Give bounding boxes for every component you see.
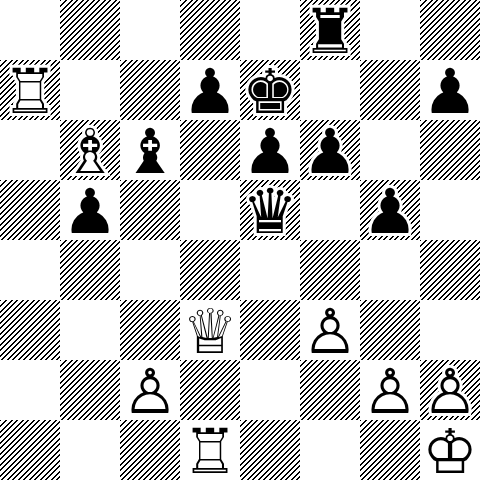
square-c4[interactable] bbox=[120, 240, 180, 300]
piece-white-king-h1[interactable]: ♔ bbox=[420, 422, 480, 480]
square-g1[interactable] bbox=[360, 420, 420, 480]
square-e8[interactable] bbox=[240, 0, 300, 60]
square-e4[interactable] bbox=[240, 240, 300, 300]
square-d8[interactable] bbox=[180, 0, 240, 60]
square-d2[interactable] bbox=[180, 360, 240, 420]
square-b3[interactable] bbox=[60, 300, 120, 360]
piece-black-pawn-g5[interactable]: ♟ bbox=[360, 182, 420, 240]
square-a2[interactable] bbox=[0, 360, 60, 420]
square-f2[interactable] bbox=[300, 360, 360, 420]
piece-white-rook-a7[interactable]: ♖ bbox=[0, 62, 60, 120]
square-g2[interactable]: ♟♙ bbox=[360, 360, 420, 420]
square-e5[interactable]: ♛♛ bbox=[240, 180, 300, 240]
square-d3[interactable]: ♛♕ bbox=[180, 300, 240, 360]
square-a8[interactable] bbox=[0, 0, 60, 60]
square-g7[interactable] bbox=[360, 60, 420, 120]
piece-black-pawn-b5[interactable]: ♟ bbox=[60, 182, 120, 240]
square-g8[interactable] bbox=[360, 0, 420, 60]
square-e6[interactable]: ♟♟ bbox=[240, 120, 300, 180]
piece-white-bishop-b6[interactable]: ♗ bbox=[60, 122, 120, 180]
square-b4[interactable] bbox=[60, 240, 120, 300]
square-h6[interactable] bbox=[420, 120, 480, 180]
square-e3[interactable] bbox=[240, 300, 300, 360]
piece-white-pawn-f3[interactable]: ♙ bbox=[300, 302, 360, 360]
square-e1[interactable] bbox=[240, 420, 300, 480]
square-f5[interactable] bbox=[300, 180, 360, 240]
square-a7[interactable]: ♜♖ bbox=[0, 60, 60, 120]
piece-white-rook-d1[interactable]: ♖ bbox=[180, 422, 240, 480]
square-a1[interactable] bbox=[0, 420, 60, 480]
square-h8[interactable] bbox=[420, 0, 480, 60]
square-c8[interactable] bbox=[120, 0, 180, 60]
square-f3[interactable]: ♟♙ bbox=[300, 300, 360, 360]
square-f1[interactable] bbox=[300, 420, 360, 480]
square-h3[interactable] bbox=[420, 300, 480, 360]
square-d7[interactable]: ♟♟ bbox=[180, 60, 240, 120]
square-b7[interactable] bbox=[60, 60, 120, 120]
square-e2[interactable] bbox=[240, 360, 300, 420]
square-c5[interactable] bbox=[120, 180, 180, 240]
square-e7[interactable]: ♚♚ bbox=[240, 60, 300, 120]
piece-white-pawn-g2[interactable]: ♙ bbox=[360, 362, 420, 420]
square-c2[interactable]: ♟♙ bbox=[120, 360, 180, 420]
piece-black-bishop-c6[interactable]: ♝ bbox=[120, 122, 180, 180]
piece-black-pawn-e6[interactable]: ♟ bbox=[240, 122, 300, 180]
square-h1[interactable]: ♚♔ bbox=[420, 420, 480, 480]
square-h2[interactable]: ♟♙ bbox=[420, 360, 480, 420]
square-b5[interactable]: ♟♟ bbox=[60, 180, 120, 240]
square-c7[interactable] bbox=[120, 60, 180, 120]
piece-black-pawn-f6[interactable]: ♟ bbox=[300, 122, 360, 180]
square-b1[interactable] bbox=[60, 420, 120, 480]
square-f7[interactable] bbox=[300, 60, 360, 120]
square-h7[interactable]: ♟♟ bbox=[420, 60, 480, 120]
square-a6[interactable] bbox=[0, 120, 60, 180]
square-a3[interactable] bbox=[0, 300, 60, 360]
square-g3[interactable] bbox=[360, 300, 420, 360]
square-d5[interactable] bbox=[180, 180, 240, 240]
square-h4[interactable] bbox=[420, 240, 480, 300]
square-d6[interactable] bbox=[180, 120, 240, 180]
square-d4[interactable] bbox=[180, 240, 240, 300]
piece-white-queen-d3[interactable]: ♕ bbox=[180, 302, 240, 360]
square-g6[interactable] bbox=[360, 120, 420, 180]
square-h5[interactable] bbox=[420, 180, 480, 240]
piece-white-pawn-c2[interactable]: ♙ bbox=[120, 362, 180, 420]
square-f8[interactable]: ♜♜ bbox=[300, 0, 360, 60]
square-g5[interactable]: ♟♟ bbox=[360, 180, 420, 240]
piece-white-pawn-h2[interactable]: ♙ bbox=[420, 362, 480, 420]
square-b6[interactable]: ♝♗ bbox=[60, 120, 120, 180]
square-f6[interactable]: ♟♟ bbox=[300, 120, 360, 180]
piece-black-queen-e5[interactable]: ♛ bbox=[240, 182, 300, 240]
square-b8[interactable] bbox=[60, 0, 120, 60]
square-c3[interactable] bbox=[120, 300, 180, 360]
chess-board: ♜♜♜♖♟♟♚♚♟♟♝♗♝♝♟♟♟♟♟♟♛♛♟♟♛♕♟♙♟♙♟♙♟♙♜♖♚♔ bbox=[0, 0, 480, 480]
piece-black-pawn-d7[interactable]: ♟ bbox=[180, 62, 240, 120]
square-c6[interactable]: ♝♝ bbox=[120, 120, 180, 180]
piece-black-king-e7[interactable]: ♚ bbox=[240, 62, 300, 120]
square-f4[interactable] bbox=[300, 240, 360, 300]
square-d1[interactable]: ♜♖ bbox=[180, 420, 240, 480]
square-c1[interactable] bbox=[120, 420, 180, 480]
square-g4[interactable] bbox=[360, 240, 420, 300]
square-b2[interactable] bbox=[60, 360, 120, 420]
square-a4[interactable] bbox=[0, 240, 60, 300]
piece-black-rook-f8[interactable]: ♜ bbox=[300, 2, 360, 60]
square-a5[interactable] bbox=[0, 180, 60, 240]
piece-black-pawn-h7[interactable]: ♟ bbox=[420, 62, 480, 120]
